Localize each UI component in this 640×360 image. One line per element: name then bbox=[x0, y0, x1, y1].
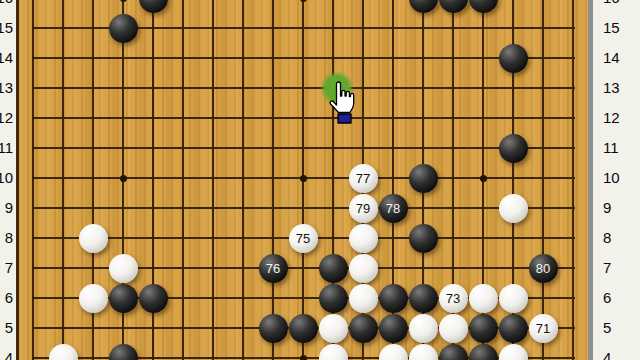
go-stone-white-C6[interactable] bbox=[79, 284, 108, 313]
go-stone-white-M6[interactable] bbox=[349, 284, 378, 313]
row-label-left-14: 14 bbox=[0, 48, 13, 68]
row-label-right-6: 6 bbox=[603, 288, 633, 308]
grid-vline bbox=[32, 0, 34, 360]
go-stone-white-P6[interactable]: 73 bbox=[439, 284, 468, 313]
go-stone-white-O5[interactable] bbox=[409, 314, 438, 343]
star-point bbox=[120, 0, 127, 2]
grid-hline bbox=[32, 207, 575, 209]
go-stone-black-Q5[interactable] bbox=[469, 314, 498, 343]
row-label-right-11: 11 bbox=[603, 138, 633, 158]
go-stone-black-J7[interactable]: 76 bbox=[259, 254, 288, 283]
grid-vline bbox=[62, 0, 64, 360]
go-stone-white-R9[interactable] bbox=[499, 194, 528, 223]
go-stone-black-L7[interactable] bbox=[319, 254, 348, 283]
go-stone-white-C8[interactable] bbox=[79, 224, 108, 253]
star-point bbox=[300, 175, 307, 182]
grid-hline bbox=[32, 147, 575, 149]
row-label-right-7: 7 bbox=[603, 258, 633, 278]
row-label-left-6: 6 bbox=[0, 288, 13, 308]
right-coordinate-strip: 16151413121110987654 bbox=[593, 0, 640, 360]
row-label-left-5: 5 bbox=[0, 318, 13, 338]
go-stone-black-R5[interactable] bbox=[499, 314, 528, 343]
grid-vline bbox=[272, 0, 274, 360]
go-stone-white-M10[interactable]: 77 bbox=[349, 164, 378, 193]
go-stone-white-K8[interactable]: 75 bbox=[289, 224, 318, 253]
go-stone-black-O8[interactable] bbox=[409, 224, 438, 253]
row-label-right-4: 4 bbox=[603, 348, 633, 360]
row-label-left-9: 9 bbox=[0, 198, 13, 218]
row-label-left-8: 8 bbox=[0, 228, 13, 248]
grid-vline bbox=[212, 0, 214, 360]
row-label-left-16: 16 bbox=[0, 0, 13, 8]
grid-hline bbox=[32, 57, 575, 59]
go-stone-black-O6[interactable] bbox=[409, 284, 438, 313]
go-stone-black-D15[interactable] bbox=[109, 14, 138, 43]
go-stone-white-S5[interactable]: 71 bbox=[529, 314, 558, 343]
go-stone-black-Q4[interactable] bbox=[469, 344, 498, 360]
go-stone-black-Q16[interactable] bbox=[469, 0, 498, 13]
go-stone-black-K5[interactable] bbox=[289, 314, 318, 343]
go-stone-black-J5[interactable] bbox=[259, 314, 288, 343]
go-board[interactable]: 7876807779757371 bbox=[0, 0, 640, 360]
row-label-left-4: 4 bbox=[0, 348, 13, 360]
go-stone-black-E6[interactable] bbox=[139, 284, 168, 313]
row-label-left-15: 15 bbox=[0, 18, 13, 38]
hand-cursor-icon bbox=[327, 81, 357, 131]
grid-vline bbox=[542, 0, 544, 360]
row-label-left-10: 10 bbox=[0, 168, 13, 188]
row-label-right-13: 13 bbox=[603, 78, 633, 98]
go-stone-black-E16[interactable] bbox=[139, 0, 168, 13]
go-stone-white-R4[interactable] bbox=[499, 344, 528, 360]
board-left-edge bbox=[16, 0, 19, 360]
row-label-right-9: 9 bbox=[603, 198, 633, 218]
go-stone-white-O4[interactable] bbox=[409, 344, 438, 360]
row-label-right-8: 8 bbox=[603, 228, 633, 248]
star-point bbox=[120, 175, 127, 182]
row-label-left-11: 11 bbox=[0, 138, 13, 158]
grid-hline bbox=[32, 117, 575, 119]
go-stone-black-R14[interactable] bbox=[499, 44, 528, 73]
go-stone-black-R11[interactable] bbox=[499, 134, 528, 163]
go-stone-white-M8[interactable] bbox=[349, 224, 378, 253]
go-stone-black-L6[interactable] bbox=[319, 284, 348, 313]
go-stone-black-S7[interactable]: 80 bbox=[529, 254, 558, 283]
go-stone-white-M7[interactable] bbox=[349, 254, 378, 283]
row-label-right-10: 10 bbox=[603, 168, 633, 188]
go-stone-white-D7[interactable] bbox=[109, 254, 138, 283]
row-label-left-7: 7 bbox=[0, 258, 13, 278]
go-stone-white-R6[interactable] bbox=[499, 284, 528, 313]
go-stone-black-P4[interactable] bbox=[439, 344, 468, 360]
grid-hline bbox=[32, 87, 575, 89]
go-stone-white-L4[interactable] bbox=[319, 344, 348, 360]
go-stone-black-O16[interactable] bbox=[409, 0, 438, 13]
go-stone-white-Q6[interactable] bbox=[469, 284, 498, 313]
go-stone-black-D4[interactable] bbox=[109, 344, 138, 360]
star-point bbox=[300, 355, 307, 360]
go-stone-white-N4[interactable] bbox=[379, 344, 408, 360]
go-stone-white-M9[interactable]: 79 bbox=[349, 194, 378, 223]
star-point bbox=[480, 175, 487, 182]
go-stone-black-D6[interactable] bbox=[109, 284, 138, 313]
row-label-right-12: 12 bbox=[603, 108, 633, 128]
left-coordinate-strip: 16151413121110987654 bbox=[0, 0, 16, 360]
star-point bbox=[300, 0, 307, 2]
go-stone-white-B4[interactable] bbox=[49, 344, 78, 360]
row-label-left-13: 13 bbox=[0, 78, 13, 98]
row-label-right-5: 5 bbox=[603, 318, 633, 338]
row-label-right-14: 14 bbox=[603, 48, 633, 68]
go-stone-black-N6[interactable] bbox=[379, 284, 408, 313]
row-label-left-12: 12 bbox=[0, 108, 13, 128]
go-stone-black-N9[interactable]: 78 bbox=[379, 194, 408, 223]
go-stone-white-L5[interactable] bbox=[319, 314, 348, 343]
grid-vline bbox=[572, 0, 574, 360]
go-stone-black-O10[interactable] bbox=[409, 164, 438, 193]
go-stone-white-P5[interactable] bbox=[439, 314, 468, 343]
grid-vline bbox=[182, 0, 184, 360]
row-label-right-16: 16 bbox=[603, 0, 633, 8]
grid-vline bbox=[242, 0, 244, 360]
go-stone-black-N5[interactable] bbox=[379, 314, 408, 343]
go-stone-black-P16[interactable] bbox=[439, 0, 468, 13]
go-stone-black-M5[interactable] bbox=[349, 314, 378, 343]
row-label-right-15: 15 bbox=[603, 18, 633, 38]
